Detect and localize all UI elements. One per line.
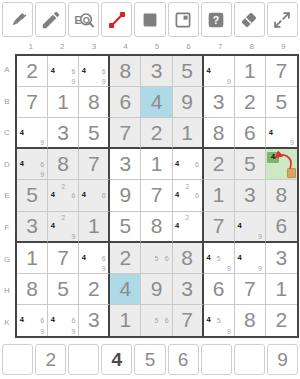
cell-value: 5 [235, 149, 265, 179]
cell-value: 6 [204, 274, 234, 304]
square-filled-icon [139, 9, 161, 31]
eraser-icon [238, 9, 260, 31]
cell-value: 9 [110, 180, 140, 210]
pencil-mark-6: 6 [195, 161, 199, 168]
pencil-mark-4: 4 [237, 254, 241, 262]
cell-value: 9 [173, 87, 202, 117]
cell-value: 2 [266, 305, 297, 336]
cell-value: 6 [235, 118, 265, 147]
cell-G4[interactable]: 2 [110, 243, 141, 274]
cell-value: 3 [266, 243, 297, 273]
cell-B3[interactable]: 8 [79, 87, 110, 118]
cell-value: 3 [110, 149, 140, 179]
pencil-mark-9: 9 [71, 327, 75, 334]
hint-candidate-digit: 4 [271, 154, 275, 162]
pencil-mark-9: 9 [227, 77, 231, 84]
pencil-mark-4: 4 [20, 317, 24, 325]
cell-value: 8 [17, 274, 47, 304]
red-link-icon [106, 9, 128, 31]
column-label-6: 6 [173, 40, 205, 53]
cell-D3[interactable]: 7 [79, 149, 110, 180]
cell-D6[interactable]: 46 [173, 149, 204, 180]
pencil-mark-4: 4 [51, 192, 55, 200]
cell-H4[interactable]: 4 [110, 274, 141, 305]
pencil-mark-9: 9 [40, 139, 44, 146]
cell-K1[interactable]: 469 [17, 305, 48, 336]
cell-A8[interactable]: 1 [235, 56, 266, 87]
cell-D9[interactable]: 4 [266, 149, 297, 180]
pencil-mark-4: 4 [20, 161, 24, 169]
cell-B8[interactable]: 2 [235, 87, 266, 118]
cell-K2[interactable]: 469 [48, 305, 79, 336]
digit-button-1[interactable] [2, 344, 33, 375]
pencil-mark-6: 6 [71, 68, 75, 75]
cell-B5[interactable]: 4 [141, 87, 172, 118]
pen-button[interactable] [2, 2, 33, 37]
digit-panel: 24569 [2, 344, 298, 375]
cell-E9[interactable]: 8 [266, 180, 297, 211]
pencil-mark-6: 6 [165, 254, 169, 261]
pencil-mark-4: 4 [51, 67, 55, 75]
cell-C8[interactable]: 6 [235, 118, 266, 149]
cell-value: 6 [266, 212, 297, 241]
cell-E7[interactable]: 1 [204, 180, 235, 211]
cell-E8[interactable]: 3 [235, 180, 266, 211]
cell-value: 7 [173, 305, 202, 336]
cell-F1[interactable]: 3 [17, 212, 48, 243]
pencil-mark-9: 9 [40, 171, 44, 178]
cell-value: 7 [48, 243, 78, 273]
cell-value: 1 [204, 180, 234, 210]
cell-value: 4 [141, 87, 171, 117]
cell-F6[interactable]: 24 [173, 212, 204, 243]
cell-value: 8 [141, 212, 171, 241]
column-label-7: 7 [204, 40, 236, 53]
cell-C4[interactable]: 7 [110, 118, 141, 149]
cell-value: 8 [204, 118, 234, 147]
cell-value: 8 [79, 87, 108, 117]
cell-G1[interactable]: 1 [17, 243, 48, 274]
cell-H5[interactable]: 9 [141, 274, 172, 305]
pencil-mark-9: 9 [290, 139, 294, 146]
cell-C7[interactable]: 8 [204, 118, 235, 149]
pencil-mark-6: 6 [165, 317, 169, 324]
cell-A7[interactable]: 49 [204, 56, 235, 87]
cell-F4[interactable]: 5 [110, 212, 141, 243]
cell-G8[interactable]: 49 [235, 243, 266, 274]
cell-value: 7 [141, 180, 171, 210]
digit-button-9[interactable]: 9 [267, 344, 298, 375]
digit-button-2[interactable]: 2 [35, 344, 66, 375]
cell-value: 1 [48, 87, 78, 117]
column-label-2: 2 [47, 40, 79, 53]
cell-value: 7 [110, 118, 140, 147]
pencil-mark-2: 2 [61, 213, 65, 220]
cell-A1[interactable]: 2 [17, 56, 48, 87]
row-label-A: A [0, 54, 14, 86]
pencil-icon [40, 9, 62, 31]
cell-G6[interactable]: 8 [173, 243, 204, 274]
cell-value: 3 [79, 305, 108, 336]
digit-button-6[interactable]: 6 [168, 344, 199, 375]
cell-H3[interactable]: 2 [79, 274, 110, 305]
column-label-5: 5 [141, 40, 173, 53]
cell-value: 1 [235, 56, 265, 86]
cell-value: 1 [266, 274, 297, 304]
fullscreen-button[interactable] [267, 2, 298, 37]
cell-K6[interactable]: 7 [173, 305, 204, 336]
cell-value: 3 [48, 118, 78, 147]
cell-value: 2 [17, 56, 47, 86]
cell-H6[interactable]: 3 [173, 274, 204, 305]
cell-value: 7 [79, 149, 108, 179]
cell-K5[interactable]: 56 [141, 305, 172, 336]
chain-button[interactable] [101, 2, 132, 37]
pencil-mark-2: 2 [185, 213, 189, 220]
pencil-mark-2: 2 [61, 182, 65, 189]
cell-value: 1 [17, 243, 47, 273]
cell-value: 7 [266, 56, 297, 86]
cell-F7[interactable]: 7 [204, 212, 235, 243]
pencil-mark-9: 9 [227, 327, 231, 334]
cell-value: 2 [110, 243, 140, 273]
pencil-mark-6: 6 [71, 317, 75, 324]
cell-C6[interactable]: 1 [173, 118, 204, 149]
cell-F5[interactable]: 8 [141, 212, 172, 243]
pencil-mark-4: 4 [269, 129, 273, 137]
cell-E3[interactable]: 46 [79, 180, 110, 211]
pencil-mark-4: 4 [237, 222, 241, 230]
cell-C3[interactable]: 5 [79, 118, 110, 149]
pencil-mark-4: 4 [175, 222, 179, 230]
cell-K7[interactable]: 459 [204, 305, 235, 336]
pencil-mark-5: 5 [155, 317, 159, 324]
pencil-mark-9: 9 [40, 327, 44, 334]
digit-button-7[interactable] [201, 344, 232, 375]
pencil-mark-6: 6 [102, 192, 106, 199]
cell-F2[interactable]: 249 [48, 212, 79, 243]
cell-A3[interactable]: 469 [79, 56, 110, 87]
digit-button-4[interactable]: 4 [101, 344, 132, 375]
row-label-E: E [0, 180, 14, 212]
pencil-mark-4: 4 [82, 254, 86, 262]
help-icon: ? [205, 9, 227, 31]
digit-button-3[interactable] [68, 344, 99, 375]
pencil-button[interactable] [35, 2, 66, 37]
cell-A6[interactable]: 5 [173, 56, 204, 87]
cell-value: 8 [173, 243, 202, 273]
pen-icon [7, 9, 29, 31]
row-labels: ABCDEFGHK [0, 54, 14, 338]
cell-D5[interactable]: 1 [141, 149, 172, 180]
cell-G7[interactable]: 459 [204, 243, 235, 274]
toolbar: EQ? [2, 2, 298, 37]
cell-value: 6 [110, 87, 140, 117]
find-eq-icon: EQ [73, 9, 95, 31]
cell-value: 2 [235, 87, 265, 117]
pencil-mark-9: 9 [258, 264, 262, 271]
column-label-8: 8 [236, 40, 268, 53]
cell-G5[interactable]: 56 [141, 243, 172, 274]
row-label-F: F [0, 212, 14, 244]
hint-target-box [287, 168, 296, 178]
cell-D7[interactable]: 2 [204, 149, 235, 180]
cell-value: 5 [110, 212, 140, 241]
cell-value: 3 [17, 212, 47, 241]
pencil-mark-6: 6 [102, 254, 106, 261]
cell-value: 3 [173, 274, 202, 304]
pencil-mark-4: 4 [175, 161, 179, 169]
cell-F3[interactable]: 1 [79, 212, 110, 243]
cell-K3[interactable]: 3 [79, 305, 110, 336]
cell-value: 5 [17, 180, 47, 210]
cell-F9[interactable]: 6 [266, 212, 297, 243]
column-label-9: 9 [267, 40, 299, 53]
row-label-K: K [0, 306, 14, 338]
expand-icon [271, 9, 293, 31]
cell-H8[interactable]: 7 [235, 274, 266, 305]
column-labels: 123456789 [15, 40, 299, 53]
cell-A2[interactable]: 469 [48, 56, 79, 87]
eraser-button[interactable] [234, 2, 265, 37]
cell-value: 4 [110, 274, 140, 304]
cell-value: 2 [79, 274, 108, 304]
cell-value: 7 [235, 274, 265, 304]
svg-text:?: ? [213, 14, 219, 26]
cell-A4[interactable]: 8 [110, 56, 141, 87]
cell-B1[interactable]: 7 [17, 87, 48, 118]
cell-H7[interactable]: 6 [204, 274, 235, 305]
cell-value: 5 [266, 87, 297, 117]
pencil-mark-6: 6 [40, 161, 44, 168]
pencil-mark-9: 9 [71, 77, 75, 84]
cell-D8[interactable]: 5 [235, 149, 266, 180]
find-button[interactable]: EQ [68, 2, 99, 37]
cell-D4[interactable]: 3 [110, 149, 141, 180]
cell-B4[interactable]: 6 [110, 87, 141, 118]
cell-value: 1 [141, 149, 171, 179]
column-label-4: 4 [110, 40, 142, 53]
pencil-mark-4: 4 [20, 129, 24, 137]
cell-A5[interactable]: 3 [141, 56, 172, 87]
cell-E4[interactable]: 9 [110, 180, 141, 211]
cell-B2[interactable]: 1 [48, 87, 79, 118]
cell-B9[interactable]: 5 [266, 87, 297, 118]
cell-D2[interactable]: 8 [48, 149, 79, 180]
cell-value: 7 [204, 212, 234, 241]
pencil-mark-5: 5 [217, 317, 221, 324]
digit-button-5[interactable]: 5 [134, 344, 165, 375]
pencil-mark-9: 9 [102, 77, 106, 84]
hint-candidate-box: 4 [267, 152, 279, 163]
column-label-1: 1 [15, 40, 47, 53]
cell-value: 1 [79, 212, 108, 241]
pencil-mark-4: 4 [206, 254, 210, 262]
pencil-mark-9: 9 [258, 232, 262, 239]
cell-K8[interactable]: 8 [235, 305, 266, 336]
cell-D1[interactable]: 469 [17, 149, 48, 180]
cell-C5[interactable]: 2 [141, 118, 172, 149]
pencil-mark-4: 4 [175, 192, 179, 200]
row-label-C: C [0, 117, 14, 149]
pencil-mark-4: 4 [51, 222, 55, 230]
cell-G3[interactable]: 469 [79, 243, 110, 274]
square-corner-icon [172, 9, 194, 31]
pencil-mark-4: 4 [206, 317, 210, 325]
pencil-mark-6: 6 [40, 317, 44, 324]
cell-G2[interactable]: 7 [48, 243, 79, 274]
cell-value: 2 [204, 149, 234, 179]
cell-value: 1 [110, 305, 140, 336]
corner-mark-button[interactable] [168, 2, 199, 37]
pencil-mark-4: 4 [82, 192, 86, 200]
cell-value: 2 [141, 118, 171, 147]
cell-value: 8 [48, 149, 78, 179]
cell-B6[interactable]: 9 [173, 87, 204, 118]
cell-H2[interactable]: 5 [48, 274, 79, 305]
pencil-mark-6: 6 [71, 192, 75, 199]
pencil-mark-5: 5 [155, 254, 159, 261]
cell-H9[interactable]: 1 [266, 274, 297, 305]
pencil-mark-9: 9 [102, 264, 106, 271]
cell-K4[interactable]: 1 [110, 305, 141, 336]
cell-value: 8 [110, 56, 140, 86]
cell-E2[interactable]: 246 [48, 180, 79, 211]
pencil-mark-6: 6 [195, 192, 199, 199]
row-label-H: H [0, 275, 14, 307]
cell-value: 8 [235, 305, 265, 336]
pencil-mark-6: 6 [102, 68, 106, 75]
cell-value: 3 [235, 180, 265, 210]
cell-A9[interactable]: 7 [266, 56, 297, 87]
cell-value: 5 [173, 56, 202, 86]
help-button[interactable]: ? [201, 2, 232, 37]
cell-G9[interactable]: 3 [266, 243, 297, 274]
cell-C1[interactable]: 49 [17, 118, 48, 149]
cell-value: 5 [48, 274, 78, 304]
cell-E6[interactable]: 246 [173, 180, 204, 211]
cell-value: 5 [79, 118, 108, 147]
cell-F8[interactable]: 49 [235, 212, 266, 243]
row-label-B: B [0, 86, 14, 118]
pencil-mark-2: 2 [185, 182, 189, 189]
cell-B7[interactable]: 3 [204, 87, 235, 118]
cell-value: 9 [141, 274, 171, 304]
cell-value: 8 [266, 180, 297, 210]
sudoku-grid: 2469469835491771864932549357218649469873… [15, 54, 299, 338]
cell-value: 3 [204, 87, 234, 117]
cell-value: 3 [141, 56, 171, 86]
cell-K9[interactable]: 2 [266, 305, 297, 336]
column-label-3: 3 [78, 40, 110, 53]
cell-C9[interactable]: 49 [266, 118, 297, 149]
row-label-G: G [0, 243, 14, 275]
pencil-mark-4: 4 [82, 67, 86, 75]
cell-C2[interactable]: 3 [48, 118, 79, 149]
cell-value: 1 [173, 118, 202, 147]
cell-E1[interactable]: 5 [17, 180, 48, 211]
cell-E5[interactable]: 7 [141, 180, 172, 211]
cell-value: 7 [17, 87, 47, 117]
digit-button-8[interactable] [234, 344, 265, 375]
pencil-mark-5: 5 [217, 254, 221, 261]
color-fill-button[interactable] [134, 2, 165, 37]
pencil-mark-9: 9 [227, 264, 231, 271]
cell-H1[interactable]: 8 [17, 274, 48, 305]
pencil-mark-4: 4 [206, 67, 210, 75]
pencil-mark-9: 9 [71, 232, 75, 239]
pencil-mark-4: 4 [51, 317, 55, 325]
row-label-D: D [0, 149, 14, 181]
